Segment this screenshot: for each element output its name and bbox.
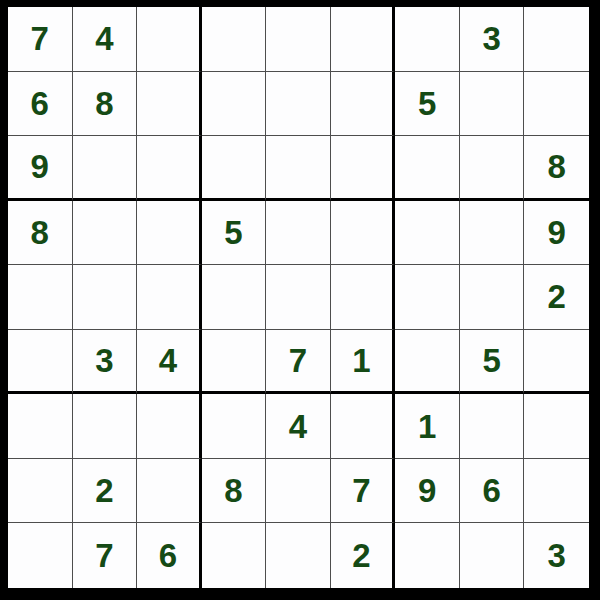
cell-r5c5[interactable]: [266, 265, 331, 330]
cell-r5c1[interactable]: [8, 265, 73, 330]
given-digit: 6: [159, 539, 177, 572]
given-digit: 9: [31, 150, 49, 183]
cell-r9c1[interactable]: [8, 523, 73, 588]
cell-r8c4[interactable]: 8: [202, 459, 267, 524]
cell-r7c6[interactable]: [331, 394, 396, 459]
given-digit: 3: [482, 22, 500, 55]
cell-r4c7[interactable]: [395, 201, 460, 266]
given-digit: 8: [31, 216, 49, 249]
given-digit: 7: [289, 344, 307, 377]
given-digit: 4: [289, 410, 307, 443]
cell-r9c5[interactable]: [266, 523, 331, 588]
cell-r3c6[interactable]: [331, 136, 396, 201]
cell-r3c4[interactable]: [202, 136, 267, 201]
cell-r9c9[interactable]: 3: [524, 523, 589, 588]
cell-r5c2[interactable]: [73, 265, 138, 330]
cell-r8c8[interactable]: 6: [460, 459, 525, 524]
cell-r2c8[interactable]: [460, 72, 525, 137]
sudoku-board: 7436859885923471541287967623: [8, 7, 589, 588]
cell-r6c5[interactable]: 7: [266, 330, 331, 395]
given-digit: 3: [548, 539, 566, 572]
given-digit: 9: [418, 474, 436, 507]
cell-r9c7[interactable]: [395, 523, 460, 588]
cell-r5c9[interactable]: 2: [524, 265, 589, 330]
cell-r3c2[interactable]: [73, 136, 138, 201]
cell-r8c1[interactable]: [8, 459, 73, 524]
cell-r2c5[interactable]: [266, 72, 331, 137]
cell-r2c7[interactable]: 5: [395, 72, 460, 137]
cell-r7c4[interactable]: [202, 394, 267, 459]
cell-r3c1[interactable]: 9: [8, 136, 73, 201]
cell-r7c9[interactable]: [524, 394, 589, 459]
board-frame: 7436859885923471541287967623: [0, 0, 600, 600]
cell-r1c2[interactable]: 4: [73, 7, 138, 72]
given-digit: 8: [95, 87, 113, 120]
cell-r5c6[interactable]: [331, 265, 396, 330]
cell-r1c4[interactable]: [202, 7, 267, 72]
cell-r8c6[interactable]: 7: [331, 459, 396, 524]
cell-r3c3[interactable]: [137, 136, 202, 201]
given-digit: 1: [352, 344, 370, 377]
cell-r7c2[interactable]: [73, 394, 138, 459]
cell-r3c7[interactable]: [395, 136, 460, 201]
cell-r6c7[interactable]: [395, 330, 460, 395]
given-digit: 2: [352, 539, 370, 572]
cell-r2c1[interactable]: 6: [8, 72, 73, 137]
cell-r8c9[interactable]: [524, 459, 589, 524]
given-digit: 7: [352, 474, 370, 507]
cell-r1c7[interactable]: [395, 7, 460, 72]
cell-r4c3[interactable]: [137, 201, 202, 266]
given-digit: 7: [95, 539, 113, 572]
cell-r2c2[interactable]: 8: [73, 72, 138, 137]
given-digit: 7: [31, 22, 49, 55]
cell-r1c8[interactable]: 3: [460, 7, 525, 72]
cell-r8c3[interactable]: [137, 459, 202, 524]
cell-r3c8[interactable]: [460, 136, 525, 201]
cell-r9c4[interactable]: [202, 523, 267, 588]
cell-r2c6[interactable]: [331, 72, 396, 137]
cell-r4c1[interactable]: 8: [8, 201, 73, 266]
given-digit: 8: [548, 150, 566, 183]
cell-r2c4[interactable]: [202, 72, 267, 137]
cell-r6c6[interactable]: 1: [331, 330, 396, 395]
cell-r1c1[interactable]: 7: [8, 7, 73, 72]
cell-r4c5[interactable]: [266, 201, 331, 266]
given-digit: 6: [31, 87, 49, 120]
cell-r5c7[interactable]: [395, 265, 460, 330]
given-digit: 9: [548, 216, 566, 249]
cell-r1c9[interactable]: [524, 7, 589, 72]
cell-r1c3[interactable]: [137, 7, 202, 72]
given-digit: 6: [482, 474, 500, 507]
cell-r7c1[interactable]: [8, 394, 73, 459]
cell-r6c9[interactable]: [524, 330, 589, 395]
given-digit: 5: [482, 344, 500, 377]
cell-r8c7[interactable]: 9: [395, 459, 460, 524]
cell-r6c2[interactable]: 3: [73, 330, 138, 395]
cell-r6c3[interactable]: 4: [137, 330, 202, 395]
cell-r1c6[interactable]: [331, 7, 396, 72]
cell-r4c6[interactable]: [331, 201, 396, 266]
given-digit: 4: [95, 22, 113, 55]
cell-r8c5[interactable]: [266, 459, 331, 524]
cell-r9c2[interactable]: 7: [73, 523, 138, 588]
cell-r9c3[interactable]: 6: [137, 523, 202, 588]
cell-r5c4[interactable]: [202, 265, 267, 330]
cell-r7c8[interactable]: [460, 394, 525, 459]
cell-r8c2[interactable]: 2: [73, 459, 138, 524]
cell-r2c9[interactable]: [524, 72, 589, 137]
cell-r4c9[interactable]: 9: [524, 201, 589, 266]
given-digit: 3: [95, 344, 113, 377]
cell-r3c9[interactable]: 8: [524, 136, 589, 201]
cell-r6c8[interactable]: 5: [460, 330, 525, 395]
cell-r9c8[interactable]: [460, 523, 525, 588]
cell-r1c5[interactable]: [266, 7, 331, 72]
cell-r7c5[interactable]: 4: [266, 394, 331, 459]
cell-r5c8[interactable]: [460, 265, 525, 330]
cell-r4c4[interactable]: 5: [202, 201, 267, 266]
cell-r6c1[interactable]: [8, 330, 73, 395]
cell-r9c6[interactable]: 2: [331, 523, 396, 588]
given-digit: 2: [95, 474, 113, 507]
cell-r4c8[interactable]: [460, 201, 525, 266]
cell-r2c3[interactable]: [137, 72, 202, 137]
cell-r4c2[interactable]: [73, 201, 138, 266]
given-digit: 1: [418, 410, 436, 443]
given-digit: 8: [224, 474, 242, 507]
given-digit: 4: [159, 344, 177, 377]
given-digit: 5: [418, 87, 436, 120]
cell-r6c4[interactable]: [202, 330, 267, 395]
given-digit: 5: [224, 216, 242, 249]
cell-r7c7[interactable]: 1: [395, 394, 460, 459]
cell-r3c5[interactable]: [266, 136, 331, 201]
cell-r7c3[interactable]: [137, 394, 202, 459]
given-digit: 2: [548, 280, 566, 313]
cell-r5c3[interactable]: [137, 265, 202, 330]
